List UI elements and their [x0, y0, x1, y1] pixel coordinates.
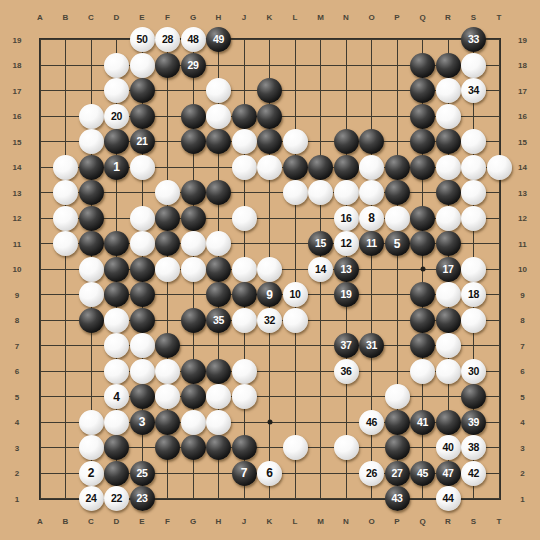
stone-G12: [181, 206, 206, 231]
stone-L3: [283, 435, 308, 460]
stone-J12: [232, 206, 257, 231]
stone-E6: [130, 359, 155, 384]
stone-K16: [257, 104, 282, 129]
stone-N11: 12: [334, 231, 359, 256]
stone-K2: 6: [257, 461, 282, 486]
col-label-top-A: A: [37, 13, 43, 22]
stone-H10: [206, 257, 231, 282]
stone-D8: [104, 308, 129, 333]
col-label-bottom-A: A: [37, 516, 43, 525]
stone-Q6: [410, 359, 435, 384]
col-label-top-B: B: [63, 13, 69, 22]
move-number: 2: [88, 467, 95, 479]
row-label-right-6: 6: [520, 367, 524, 376]
stone-J14: [232, 155, 257, 180]
col-label-top-T: T: [497, 13, 502, 22]
stone-E12: [130, 206, 155, 231]
row-label-right-8: 8: [520, 316, 524, 325]
row-label-left-7: 7: [15, 341, 19, 350]
stone-D2: [104, 461, 129, 486]
stone-N14: [334, 155, 359, 180]
move-number: 22: [111, 493, 122, 504]
move-number: 46: [366, 417, 377, 428]
stone-M13: [308, 180, 333, 205]
stone-D5: 4: [104, 384, 129, 409]
move-number: 50: [137, 34, 148, 45]
stone-R16: [436, 104, 461, 129]
stone-S3: 38: [461, 435, 486, 460]
row-label-left-10: 10: [13, 265, 22, 274]
stone-S5: [461, 384, 486, 409]
stone-B14: [53, 155, 78, 180]
col-label-top-C: C: [88, 13, 94, 22]
stone-G3: [181, 435, 206, 460]
stone-L15: [283, 129, 308, 154]
col-label-top-D: D: [114, 13, 120, 22]
stone-E19: 50: [130, 27, 155, 52]
move-number: 19: [341, 289, 352, 300]
stone-N13: [334, 180, 359, 205]
stone-N3: [334, 435, 359, 460]
stone-C3: [79, 435, 104, 460]
stone-S12: [461, 206, 486, 231]
stone-D9: [104, 282, 129, 307]
stone-L8: [283, 308, 308, 333]
move-number: 1: [113, 161, 120, 173]
row-label-left-1: 1: [15, 494, 19, 503]
row-label-right-10: 10: [518, 265, 527, 274]
row-label-right-15: 15: [518, 137, 527, 146]
stone-Q17: [410, 78, 435, 103]
stone-J5: [232, 384, 257, 409]
stone-J9: [232, 282, 257, 307]
stone-R10: 17: [436, 257, 461, 282]
row-label-left-14: 14: [13, 163, 22, 172]
stone-D6: [104, 359, 129, 384]
stone-D10: [104, 257, 129, 282]
stone-H6: [206, 359, 231, 384]
stone-D11: [104, 231, 129, 256]
stone-E14: [130, 155, 155, 180]
stone-J6: [232, 359, 257, 384]
stone-E1: 23: [130, 486, 155, 511]
stone-R14: [436, 155, 461, 180]
move-number: 44: [443, 493, 454, 504]
stone-F6: [155, 359, 180, 384]
stone-S4: 39: [461, 410, 486, 435]
stone-E10: [130, 257, 155, 282]
move-number: 35: [213, 315, 224, 326]
col-label-top-O: O: [368, 13, 374, 22]
stone-M10: 14: [308, 257, 333, 282]
stone-R3: 40: [436, 435, 461, 460]
stone-E4: 3: [130, 410, 155, 435]
move-number: 8: [368, 212, 375, 224]
stone-R4: [436, 410, 461, 435]
stone-J2: 7: [232, 461, 257, 486]
stone-N9: 19: [334, 282, 359, 307]
row-label-left-5: 5: [15, 392, 19, 401]
move-number: 24: [86, 493, 97, 504]
stone-F12: [155, 206, 180, 231]
row-label-right-11: 11: [518, 239, 526, 248]
stone-D3: [104, 435, 129, 460]
stone-T14: [487, 155, 512, 180]
move-number: 27: [392, 468, 403, 479]
col-label-bottom-N: N: [343, 516, 349, 525]
stone-H4: [206, 410, 231, 435]
stone-G8: [181, 308, 206, 333]
stone-N12: 16: [334, 206, 359, 231]
stone-S13: [461, 180, 486, 205]
stone-F5: [155, 384, 180, 409]
stone-E5: [130, 384, 155, 409]
stone-N6: 36: [334, 359, 359, 384]
stone-P1: 43: [385, 486, 410, 511]
stone-R1: 44: [436, 486, 461, 511]
row-label-right-12: 12: [518, 214, 527, 223]
col-label-bottom-H: H: [216, 516, 222, 525]
col-label-bottom-E: E: [139, 516, 144, 525]
stone-H9: [206, 282, 231, 307]
col-label-bottom-O: O: [368, 516, 374, 525]
stone-G19: 48: [181, 27, 206, 52]
stone-G13: [181, 180, 206, 205]
stone-F3: [155, 435, 180, 460]
row-label-left-16: 16: [13, 112, 22, 121]
stone-H17: [206, 78, 231, 103]
move-number: 18: [468, 289, 479, 300]
col-label-bottom-M: M: [317, 516, 324, 525]
stone-S9: 18: [461, 282, 486, 307]
stone-D18: [104, 53, 129, 78]
stone-C12: [79, 206, 104, 231]
stone-O7: 31: [359, 333, 384, 358]
col-label-top-N: N: [343, 13, 349, 22]
move-number: 10: [290, 289, 301, 300]
stone-D16: 20: [104, 104, 129, 129]
stone-M14: [308, 155, 333, 180]
stone-H11: [206, 231, 231, 256]
row-label-right-14: 14: [518, 163, 527, 172]
row-label-left-8: 8: [15, 316, 19, 325]
col-label-top-Q: Q: [419, 13, 425, 22]
row-label-left-13: 13: [13, 188, 22, 197]
move-number: 34: [468, 85, 479, 96]
row-label-right-9: 9: [520, 290, 524, 299]
stone-L14: [283, 155, 308, 180]
stone-O12: 8: [359, 206, 384, 231]
move-number: 13: [341, 264, 352, 275]
stone-C1: 24: [79, 486, 104, 511]
row-label-right-3: 3: [520, 443, 524, 452]
stone-R12: [436, 206, 461, 231]
move-number: 47: [443, 468, 454, 479]
stone-Q14: [410, 155, 435, 180]
stone-E9: [130, 282, 155, 307]
stone-B13: [53, 180, 78, 205]
row-label-left-11: 11: [13, 239, 21, 248]
move-number: 9: [266, 289, 273, 301]
stone-J15: [232, 129, 257, 154]
col-label-top-E: E: [139, 13, 144, 22]
col-label-bottom-Q: Q: [419, 516, 425, 525]
stone-D7: [104, 333, 129, 358]
stone-E8: [130, 308, 155, 333]
stone-C2: 2: [79, 461, 104, 486]
stone-G5: [181, 384, 206, 409]
stone-H5: [206, 384, 231, 409]
stone-R6: [436, 359, 461, 384]
stone-N15: [334, 129, 359, 154]
stone-J8: [232, 308, 257, 333]
col-label-bottom-L: L: [293, 516, 298, 525]
stone-O15: [359, 129, 384, 154]
col-label-top-M: M: [317, 13, 324, 22]
stone-G6: [181, 359, 206, 384]
stone-B11: [53, 231, 78, 256]
move-number: 49: [213, 34, 224, 45]
row-label-left-19: 19: [13, 35, 22, 44]
stone-L13: [283, 180, 308, 205]
col-label-bottom-R: R: [445, 516, 451, 525]
stone-S6: 30: [461, 359, 486, 384]
stone-H19: 49: [206, 27, 231, 52]
move-number: 28: [162, 34, 173, 45]
stone-Q2: 45: [410, 461, 435, 486]
col-label-bottom-P: P: [394, 516, 399, 525]
stone-L9: 10: [283, 282, 308, 307]
move-number: 6: [266, 467, 273, 479]
stone-F11: [155, 231, 180, 256]
stone-O4: 46: [359, 410, 384, 435]
stone-K17: [257, 78, 282, 103]
row-label-left-4: 4: [15, 418, 19, 427]
col-label-top-G: G: [190, 13, 196, 22]
row-label-left-3: 3: [15, 443, 19, 452]
stone-P11: 5: [385, 231, 410, 256]
move-number: 4: [113, 391, 120, 403]
stone-D17: [104, 78, 129, 103]
stone-C14: [79, 155, 104, 180]
move-number: 14: [315, 264, 326, 275]
stone-Q15: [410, 129, 435, 154]
stone-J3: [232, 435, 257, 460]
stone-R7: [436, 333, 461, 358]
stone-C4: [79, 410, 104, 435]
move-number: 26: [366, 468, 377, 479]
stone-E16: [130, 104, 155, 129]
stone-F13: [155, 180, 180, 205]
col-label-bottom-T: T: [497, 516, 502, 525]
move-number: 43: [392, 493, 403, 504]
stone-F4: [155, 410, 180, 435]
stone-N10: 13: [334, 257, 359, 282]
move-number: 30: [468, 366, 479, 377]
col-label-top-L: L: [293, 13, 298, 22]
stone-E18: [130, 53, 155, 78]
move-number: 41: [417, 417, 428, 428]
stone-H8: 35: [206, 308, 231, 333]
move-number: 37: [341, 340, 352, 351]
move-number: 36: [341, 366, 352, 377]
stone-D1: 22: [104, 486, 129, 511]
move-number: 25: [137, 468, 148, 479]
col-label-bottom-B: B: [63, 516, 69, 525]
col-label-bottom-D: D: [114, 516, 120, 525]
move-number: 11: [366, 238, 376, 249]
row-label-left-15: 15: [13, 137, 22, 146]
stone-K14: [257, 155, 282, 180]
stone-M11: 15: [308, 231, 333, 256]
stone-P5: [385, 384, 410, 409]
stone-P3: [385, 435, 410, 460]
row-label-left-6: 6: [15, 367, 19, 376]
row-label-right-4: 4: [520, 418, 524, 427]
stone-S18: [461, 53, 486, 78]
stone-H16: [206, 104, 231, 129]
move-number: 45: [417, 468, 428, 479]
stone-H13: [206, 180, 231, 205]
stone-E11: [130, 231, 155, 256]
move-number: 31: [366, 340, 377, 351]
col-label-top-F: F: [165, 13, 170, 22]
stone-Q9: [410, 282, 435, 307]
stone-R8: [436, 308, 461, 333]
row-label-right-13: 13: [518, 188, 527, 197]
col-label-top-K: K: [267, 13, 273, 22]
stone-R13: [436, 180, 461, 205]
col-label-top-P: P: [394, 13, 399, 22]
row-label-left-2: 2: [15, 469, 19, 478]
stone-Q18: [410, 53, 435, 78]
row-label-right-18: 18: [518, 61, 527, 70]
stone-S10: [461, 257, 486, 282]
stone-Q12: [410, 206, 435, 231]
stone-S8: [461, 308, 486, 333]
col-label-bottom-S: S: [471, 516, 476, 525]
stone-O2: 26: [359, 461, 384, 486]
stone-Q11: [410, 231, 435, 256]
stone-Q4: 41: [410, 410, 435, 435]
stone-Q7: [410, 333, 435, 358]
col-label-top-H: H: [216, 13, 222, 22]
move-number: 20: [111, 111, 122, 122]
stone-R17: [436, 78, 461, 103]
stones-layer: 5028484933293420211168151211514131791019…: [27, 27, 512, 512]
col-label-bottom-G: G: [190, 516, 196, 525]
stone-H3: [206, 435, 231, 460]
stone-S14: [461, 155, 486, 180]
row-label-right-16: 16: [518, 112, 527, 121]
move-number: 29: [188, 60, 199, 71]
stone-F18: [155, 53, 180, 78]
move-number: 12: [341, 238, 352, 249]
stone-J10: [232, 257, 257, 282]
move-number: 40: [443, 442, 454, 453]
stone-Q8: [410, 308, 435, 333]
stone-R2: 47: [436, 461, 461, 486]
stone-O14: [359, 155, 384, 180]
move-number: 23: [137, 493, 148, 504]
col-label-top-R: R: [445, 13, 451, 22]
stone-P13: [385, 180, 410, 205]
col-label-top-J: J: [242, 13, 246, 22]
row-label-right-5: 5: [520, 392, 524, 401]
stone-E2: 25: [130, 461, 155, 486]
row-label-left-12: 12: [13, 214, 22, 223]
stone-O13: [359, 180, 384, 205]
row-label-left-18: 18: [13, 61, 22, 70]
stone-P2: 27: [385, 461, 410, 486]
stone-C10: [79, 257, 104, 282]
row-label-right-7: 7: [520, 341, 524, 350]
move-number: 33: [468, 34, 479, 45]
move-number: 38: [468, 442, 479, 453]
move-number: 17: [443, 264, 454, 275]
stone-F19: 28: [155, 27, 180, 52]
stone-K15: [257, 129, 282, 154]
move-number: 5: [394, 238, 401, 250]
col-label-bottom-F: F: [165, 516, 170, 525]
stone-K10: [257, 257, 282, 282]
stone-N7: 37: [334, 333, 359, 358]
stone-D14: 1: [104, 155, 129, 180]
move-number: 21: [137, 136, 148, 147]
stone-E15: 21: [130, 129, 155, 154]
stone-G18: 29: [181, 53, 206, 78]
stone-G15: [181, 129, 206, 154]
stone-C11: [79, 231, 104, 256]
move-number: 48: [188, 34, 199, 45]
stone-R11: [436, 231, 461, 256]
stone-Q16: [410, 104, 435, 129]
row-label-left-9: 9: [15, 290, 19, 299]
move-number: 32: [264, 315, 275, 326]
go-board-diagram: AABBCCDDEEFFGGHHJJKKLLMMNNOOPPQQRRSSTT19…: [0, 0, 540, 540]
move-number: 3: [139, 416, 146, 428]
stone-G16: [181, 104, 206, 129]
stone-R9: [436, 282, 461, 307]
stone-S19: 33: [461, 27, 486, 52]
stone-F10: [155, 257, 180, 282]
stone-R18: [436, 53, 461, 78]
stone-K9: 9: [257, 282, 282, 307]
stone-C15: [79, 129, 104, 154]
stone-E17: [130, 78, 155, 103]
stone-J16: [232, 104, 257, 129]
stone-C8: [79, 308, 104, 333]
stone-S15: [461, 129, 486, 154]
stone-D4: [104, 410, 129, 435]
stone-S17: 34: [461, 78, 486, 103]
stone-G11: [181, 231, 206, 256]
row-label-right-17: 17: [518, 86, 527, 95]
move-number: 39: [468, 417, 479, 428]
col-label-bottom-C: C: [88, 516, 94, 525]
stone-E7: [130, 333, 155, 358]
stone-P4: [385, 410, 410, 435]
stone-H15: [206, 129, 231, 154]
row-label-right-19: 19: [518, 35, 527, 44]
stone-K8: 32: [257, 308, 282, 333]
stone-S2: 42: [461, 461, 486, 486]
stone-C13: [79, 180, 104, 205]
stone-B12: [53, 206, 78, 231]
stone-R15: [436, 129, 461, 154]
col-label-top-S: S: [471, 13, 476, 22]
stone-P12: [385, 206, 410, 231]
